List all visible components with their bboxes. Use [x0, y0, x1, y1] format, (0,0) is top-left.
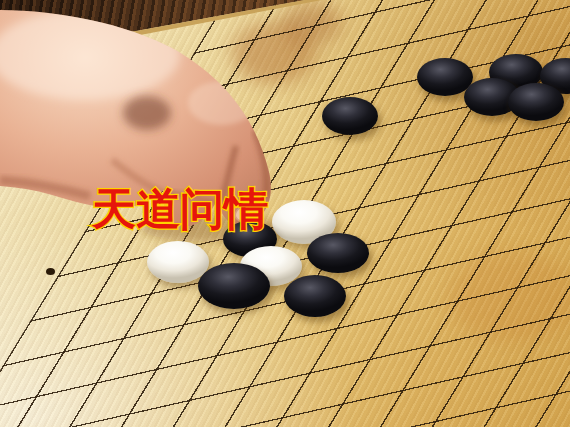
black-stone [284, 275, 346, 317]
go-board-photo: 天道问情 [0, 0, 570, 427]
black-stone [508, 83, 564, 121]
caption-text: 天道问情 [92, 186, 268, 232]
stones-layer [0, 0, 570, 427]
black-stone [307, 233, 369, 273]
black-stone [322, 97, 378, 135]
black-stone [198, 263, 270, 309]
